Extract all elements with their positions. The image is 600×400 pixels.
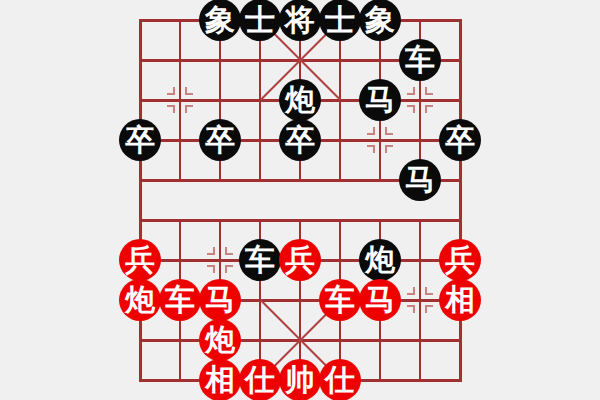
point-marker-corner bbox=[185, 105, 193, 113]
point-marker-corner bbox=[407, 287, 415, 295]
piece-red-advisor[interactable]: 仕 bbox=[319, 359, 361, 400]
point-marker bbox=[207, 247, 233, 273]
point-marker-corner bbox=[425, 305, 433, 313]
piece-red-chariot[interactable]: 车 bbox=[159, 279, 201, 321]
piece-black-general[interactable]: 将 bbox=[279, 0, 321, 41]
piece-black-soldier[interactable]: 卒 bbox=[439, 119, 481, 161]
piece-red-advisor[interactable]: 仕 bbox=[239, 359, 281, 400]
point-marker-corner bbox=[167, 105, 175, 113]
piece-black-soldier[interactable]: 卒 bbox=[119, 119, 161, 161]
piece-black-horse[interactable]: 马 bbox=[359, 79, 401, 121]
point-marker-corner bbox=[185, 87, 193, 95]
point-marker bbox=[407, 87, 433, 113]
point-marker-corner bbox=[225, 265, 233, 273]
point-marker bbox=[167, 87, 193, 113]
point-marker bbox=[407, 287, 433, 313]
piece-red-general[interactable]: 帅 bbox=[279, 359, 321, 400]
piece-black-soldier[interactable]: 卒 bbox=[199, 119, 241, 161]
point-marker-corner bbox=[407, 305, 415, 313]
piece-black-advisor[interactable]: 士 bbox=[319, 0, 361, 41]
point-marker-corner bbox=[425, 87, 433, 95]
point-marker-corner bbox=[407, 105, 415, 113]
piece-black-horse[interactable]: 马 bbox=[399, 159, 441, 201]
piece-black-cannon[interactable]: 炮 bbox=[279, 79, 321, 121]
piece-red-elephant[interactable]: 相 bbox=[199, 359, 241, 400]
piece-red-horse[interactable]: 马 bbox=[359, 279, 401, 321]
piece-red-cannon[interactable]: 炮 bbox=[199, 319, 241, 361]
piece-red-soldier[interactable]: 兵 bbox=[439, 239, 481, 281]
piece-red-elephant[interactable]: 相 bbox=[439, 279, 481, 321]
piece-black-elephant[interactable]: 象 bbox=[199, 0, 241, 41]
xiangqi-board: 象士将士象车炮马卒卒卒卒马车炮兵兵兵炮车马车马相炮相仕帅仕 bbox=[0, 0, 600, 400]
piece-red-chariot[interactable]: 车 bbox=[319, 279, 361, 321]
point-marker-corner bbox=[225, 247, 233, 255]
piece-black-soldier[interactable]: 卒 bbox=[279, 119, 321, 161]
point-marker-corner bbox=[207, 247, 215, 255]
point-marker-corner bbox=[385, 127, 393, 135]
point-marker-corner bbox=[167, 87, 175, 95]
point-marker-corner bbox=[425, 287, 433, 295]
point-marker-corner bbox=[385, 145, 393, 153]
point-marker-corner bbox=[425, 105, 433, 113]
piece-black-advisor[interactable]: 士 bbox=[239, 0, 281, 41]
piece-black-chariot[interactable]: 车 bbox=[239, 239, 281, 281]
piece-red-cannon[interactable]: 炮 bbox=[119, 279, 161, 321]
piece-red-horse[interactable]: 马 bbox=[199, 279, 241, 321]
point-marker bbox=[367, 127, 393, 153]
grid-line bbox=[459, 19, 462, 382]
point-marker-corner bbox=[367, 127, 375, 135]
point-marker-corner bbox=[407, 87, 415, 95]
piece-black-chariot[interactable]: 车 bbox=[399, 39, 441, 81]
piece-black-cannon[interactable]: 炮 bbox=[359, 239, 401, 281]
grid-line bbox=[139, 19, 142, 382]
point-marker-corner bbox=[207, 265, 215, 273]
piece-black-elephant[interactable]: 象 bbox=[359, 0, 401, 41]
point-marker-corner bbox=[367, 145, 375, 153]
piece-red-soldier[interactable]: 兵 bbox=[279, 239, 321, 281]
piece-red-soldier[interactable]: 兵 bbox=[119, 239, 161, 281]
